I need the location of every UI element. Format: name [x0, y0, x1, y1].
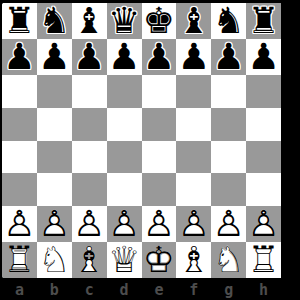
- piece-glyph-outline: ♙: [108, 206, 140, 242]
- square-d1[interactable]: ♛♕: [107, 242, 142, 278]
- piece-black-pawn[interactable]: ♟: [107, 39, 142, 75]
- piece-white-queen[interactable]: ♛♕: [107, 242, 142, 278]
- file-label-f: f: [176, 282, 211, 299]
- piece-black-pawn[interactable]: ♟: [142, 39, 177, 75]
- square-e4[interactable]: [142, 141, 177, 174]
- piece-black-pawn[interactable]: ♟: [246, 39, 281, 75]
- square-f7[interactable]: ♟: [176, 39, 211, 75]
- square-h8[interactable]: ♜: [246, 3, 281, 39]
- piece-black-rook[interactable]: ♜: [2, 3, 37, 39]
- piece-white-pawn[interactable]: ♟♙: [211, 206, 246, 242]
- square-g6[interactable]: [211, 75, 246, 108]
- square-c5[interactable]: [72, 108, 107, 141]
- square-a7[interactable]: ♟: [2, 39, 37, 75]
- piece-white-knight[interactable]: ♞♘: [211, 242, 246, 278]
- square-b3[interactable]: [37, 173, 72, 206]
- square-a1[interactable]: ♜♖: [2, 242, 37, 278]
- piece-white-bishop[interactable]: ♝♗: [72, 242, 107, 278]
- piece-glyph-outline: ♕: [108, 242, 140, 278]
- square-a8[interactable]: ♜: [2, 3, 37, 39]
- piece-white-pawn[interactable]: ♟♙: [176, 206, 211, 242]
- square-h7[interactable]: ♟: [246, 39, 281, 75]
- chess-app: ♜♞♝♛♚♝♞♜♟♟♟♟♟♟♟♟♟♙♟♙♟♙♟♙♟♙♟♙♟♙♟♙♜♖♞♘♝♗♛♕…: [0, 0, 300, 300]
- square-b5[interactable]: [37, 108, 72, 141]
- file-label-c: c: [72, 282, 107, 299]
- square-c6[interactable]: [72, 75, 107, 108]
- square-f5[interactable]: [176, 108, 211, 141]
- square-g7[interactable]: ♟: [211, 39, 246, 75]
- piece-glyph-outline: ♙: [38, 206, 70, 242]
- square-g4[interactable]: [211, 141, 246, 174]
- square-c7[interactable]: ♟: [72, 39, 107, 75]
- piece-black-knight[interactable]: ♞: [211, 3, 246, 39]
- square-c2[interactable]: ♟♙: [72, 206, 107, 242]
- file-label-a: a: [2, 282, 37, 299]
- piece-black-bishop[interactable]: ♝: [72, 3, 107, 39]
- piece-glyph-outline: ♙: [247, 206, 279, 242]
- square-h4[interactable]: [246, 141, 281, 174]
- square-h2[interactable]: ♟♙: [246, 206, 281, 242]
- file-label-h: h: [246, 282, 281, 299]
- square-b1[interactable]: ♞♘: [37, 242, 72, 278]
- square-e8[interactable]: ♚: [142, 3, 177, 39]
- piece-black-pawn[interactable]: ♟: [176, 39, 211, 75]
- piece-white-pawn[interactable]: ♟♙: [37, 206, 72, 242]
- file-label-e: e: [142, 282, 177, 299]
- square-d7[interactable]: ♟: [107, 39, 142, 75]
- piece-glyph-outline: ♖: [247, 242, 279, 278]
- square-h6[interactable]: [246, 75, 281, 108]
- square-h5[interactable]: [246, 108, 281, 141]
- square-c1[interactable]: ♝♗: [72, 242, 107, 278]
- square-f1[interactable]: ♝♗: [176, 242, 211, 278]
- square-a6[interactable]: [2, 75, 37, 108]
- piece-glyph-outline: ♗: [178, 242, 210, 278]
- square-f6[interactable]: [176, 75, 211, 108]
- file-label-d: d: [107, 282, 142, 299]
- piece-black-queen[interactable]: ♛: [107, 3, 142, 39]
- piece-glyph-outline: ♙: [3, 206, 35, 242]
- square-g2[interactable]: ♟♙: [211, 206, 246, 242]
- square-d3[interactable]: [107, 173, 142, 206]
- piece-black-rook[interactable]: ♜: [246, 3, 281, 39]
- square-e3[interactable]: [142, 173, 177, 206]
- piece-white-pawn[interactable]: ♟♙: [246, 206, 281, 242]
- square-b7[interactable]: ♟: [37, 39, 72, 75]
- square-h3[interactable]: [246, 173, 281, 206]
- piece-glyph-outline: ♙: [73, 206, 105, 242]
- square-d4[interactable]: [107, 141, 142, 174]
- square-d8[interactable]: ♛: [107, 3, 142, 39]
- square-h1[interactable]: ♜♖: [246, 242, 281, 278]
- piece-black-pawn[interactable]: ♟: [211, 39, 246, 75]
- chess-board: ♜♞♝♛♚♝♞♜♟♟♟♟♟♟♟♟♟♙♟♙♟♙♟♙♟♙♟♙♟♙♟♙♜♖♞♘♝♗♛♕…: [2, 3, 281, 278]
- piece-glyph-outline: ♔: [143, 242, 175, 278]
- piece-glyph-outline: ♙: [143, 206, 175, 242]
- piece-glyph-outline: ♙: [178, 206, 210, 242]
- square-f3[interactable]: [176, 173, 211, 206]
- square-e2[interactable]: ♟♙: [142, 206, 177, 242]
- square-d6[interactable]: [107, 75, 142, 108]
- piece-white-bishop[interactable]: ♝♗: [176, 242, 211, 278]
- file-label-b: b: [37, 282, 72, 299]
- file-label-g: g: [211, 282, 246, 299]
- square-c4[interactable]: [72, 141, 107, 174]
- piece-black-bishop[interactable]: ♝: [176, 3, 211, 39]
- square-b8[interactable]: ♞: [37, 3, 72, 39]
- piece-white-pawn[interactable]: ♟♙: [2, 206, 37, 242]
- square-a3[interactable]: [2, 173, 37, 206]
- piece-black-pawn[interactable]: ♟: [37, 39, 72, 75]
- square-d5[interactable]: [107, 108, 142, 141]
- piece-glyph-outline: ♙: [213, 206, 245, 242]
- square-e5[interactable]: [142, 108, 177, 141]
- square-b4[interactable]: [37, 141, 72, 174]
- piece-white-rook[interactable]: ♜♖: [246, 242, 281, 278]
- piece-glyph-outline: ♖: [3, 242, 35, 278]
- file-labels: abcdefgh: [2, 282, 281, 299]
- square-e1[interactable]: ♚♔: [142, 242, 177, 278]
- square-e7[interactable]: ♟: [142, 39, 177, 75]
- square-f2[interactable]: ♟♙: [176, 206, 211, 242]
- square-a2[interactable]: ♟♙: [2, 206, 37, 242]
- square-g3[interactable]: [211, 173, 246, 206]
- piece-black-pawn[interactable]: ♟: [2, 39, 37, 75]
- piece-white-rook[interactable]: ♜♖: [2, 242, 37, 278]
- piece-black-pawn[interactable]: ♟: [72, 39, 107, 75]
- piece-glyph-outline: ♘: [38, 242, 70, 278]
- square-g5[interactable]: [211, 108, 246, 141]
- piece-black-knight[interactable]: ♞: [37, 3, 72, 39]
- square-a4[interactable]: [2, 141, 37, 174]
- chess-board-frame: ♜♞♝♛♚♝♞♜♟♟♟♟♟♟♟♟♟♙♟♙♟♙♟♙♟♙♟♙♟♙♟♙♜♖♞♘♝♗♛♕…: [0, 0, 284, 281]
- square-g1[interactable]: ♞♘: [211, 242, 246, 278]
- piece-glyph-outline: ♗: [73, 242, 105, 278]
- piece-white-king[interactable]: ♚♔: [142, 242, 177, 278]
- square-f8[interactable]: ♝: [176, 3, 211, 39]
- square-c8[interactable]: ♝: [72, 3, 107, 39]
- piece-glyph-outline: ♘: [213, 242, 245, 278]
- piece-white-knight[interactable]: ♞♘: [37, 242, 72, 278]
- piece-white-pawn[interactable]: ♟♙: [142, 206, 177, 242]
- square-g8[interactable]: ♞: [211, 3, 246, 39]
- piece-black-king[interactable]: ♚: [142, 3, 177, 39]
- square-b6[interactable]: [37, 75, 72, 108]
- square-d2[interactable]: ♟♙: [107, 206, 142, 242]
- square-a5[interactable]: [2, 108, 37, 141]
- square-c3[interactable]: [72, 173, 107, 206]
- square-b2[interactable]: ♟♙: [37, 206, 72, 242]
- square-e6[interactable]: [142, 75, 177, 108]
- square-f4[interactable]: [176, 141, 211, 174]
- piece-white-pawn[interactable]: ♟♙: [72, 206, 107, 242]
- piece-white-pawn[interactable]: ♟♙: [107, 206, 142, 242]
